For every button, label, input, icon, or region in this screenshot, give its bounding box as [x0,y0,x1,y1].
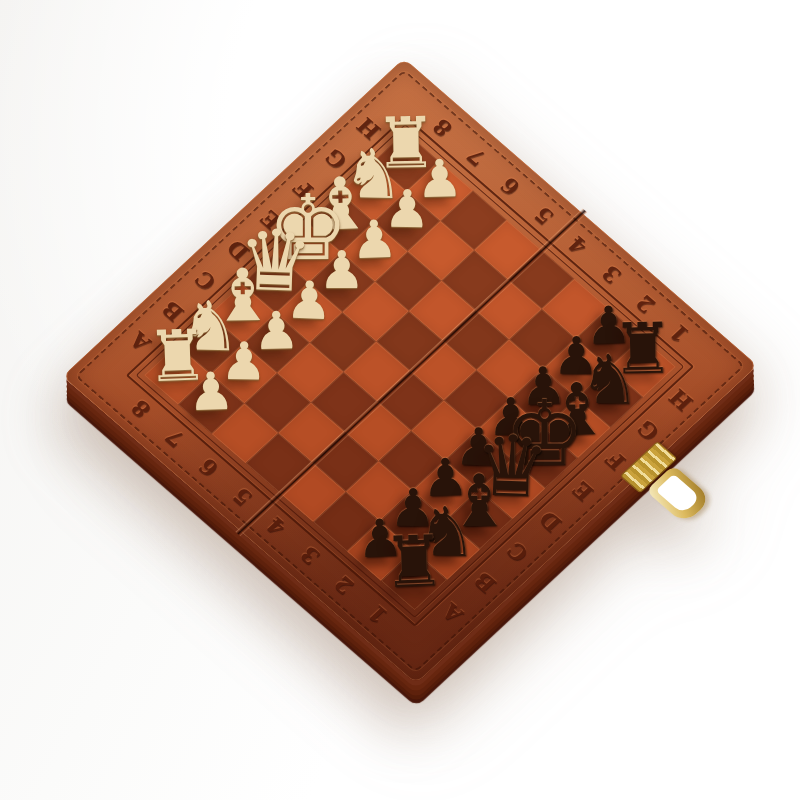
chess-case: ♜♞♝♛♚♝♞♜♟♟♟♟♟♟♟♟♟♟♟♟♟♟♟♟♜♞♝♛♚♝♞♜ 8877665… [62,58,758,684]
piece-white-pawn: ♟ [187,367,236,416]
board-tilt: ♜♞♝♛♚♝♞♜♟♟♟♟♟♟♟♟♟♟♟♟♟♟♟♟♜♞♝♛♚♝♞♜ 8877665… [62,58,758,684]
square-a1: ♜ [381,550,447,610]
piece-black-rook: ♜ [390,537,439,586]
product-photo-stage: ♜♞♝♛♚♝♞♜♟♟♟♟♟♟♟♟♟♟♟♟♟♟♟♟♜♞♝♛♚♝♞♜ 8877665… [0,0,800,800]
board-shadow: ♜♞♝♛♚♝♞♜♟♟♟♟♟♟♟♟♟♟♟♟♟♟♟♟♜♞♝♛♚♝♞♜ 8877665… [0,0,800,800]
